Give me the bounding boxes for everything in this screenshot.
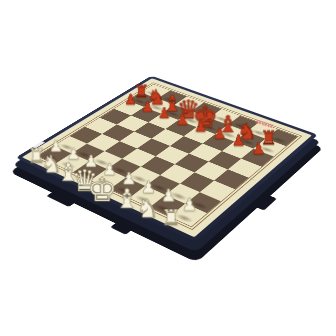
board-mat: ♜♞♝♛♚♝♞♜♟♟♟♟♟♟♟♟♟♟♟♟♟♟♟♟♜♞♝♛♚♝♞♜ — [22, 78, 312, 237]
case-foot-tab — [257, 196, 277, 211]
piece-glyph: ♜ — [156, 207, 187, 229]
product-photo: ♜♞♝♛♚♝♞♜♟♟♟♟♟♟♟♟♟♟♟♟♟♟♟♟♜♞♝♛♚♝♞♜ www — [0, 0, 336, 336]
piece-glyph: ♟ — [245, 141, 273, 157]
case-top-face: ♜♞♝♛♚♝♞♜♟♟♟♟♟♟♟♟♟♟♟♟♟♟♟♟♜♞♝♛♚♝♞♜ — [15, 76, 318, 242]
case-foot-tab — [110, 223, 131, 235]
square-e4[interactable] — [156, 146, 189, 164]
chess-set-assembly: ♜♞♝♛♚♝♞♜♟♟♟♟♟♟♟♟♟♟♟♟♟♟♟♟♜♞♝♛♚♝♞♜ — [15, 76, 318, 242]
